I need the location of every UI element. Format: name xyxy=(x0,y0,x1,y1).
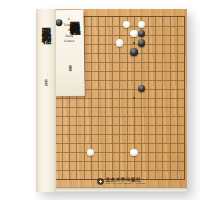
goban-cell xyxy=(76,116,83,125)
goban-cell xyxy=(98,134,105,143)
goban-cell xyxy=(98,107,105,116)
book-spine: 圍棋文化教程 何云波 主编 xyxy=(36,9,57,192)
goban-cell xyxy=(141,125,148,134)
publisher-name-en: PEKING UNIVERSITY PRESS xyxy=(106,183,146,185)
goban-cell xyxy=(105,143,112,152)
goban-cell xyxy=(148,107,155,116)
goban-cell xyxy=(155,143,162,152)
goban-cell xyxy=(84,98,91,107)
goban-cell xyxy=(105,44,112,53)
goban-cell xyxy=(134,98,141,107)
goban-cell xyxy=(76,98,83,107)
goban-cell xyxy=(91,44,98,53)
goban-cell xyxy=(162,170,169,179)
goban-cell xyxy=(155,134,162,143)
goban-cell xyxy=(162,44,169,53)
goban-cell xyxy=(162,26,169,35)
goban-cell xyxy=(141,53,148,62)
goban-cell xyxy=(148,170,155,179)
goban-cell xyxy=(112,53,119,62)
goban-cell xyxy=(76,134,83,143)
goban-cell xyxy=(98,116,105,125)
goban-cell xyxy=(105,98,112,107)
white-stone xyxy=(130,30,137,37)
goban-cell xyxy=(155,62,162,71)
goban-cell xyxy=(62,134,69,143)
goban-cell xyxy=(155,89,162,98)
goban-cell xyxy=(76,170,83,179)
goban-cell xyxy=(127,116,134,125)
front-cover: A Textbook of Weiqi Culture 圍棋文化教程 何云波 主… xyxy=(56,9,187,188)
goban-cell xyxy=(69,143,76,152)
goban-cell xyxy=(105,116,112,125)
goban-cell xyxy=(62,161,69,170)
goban-cell xyxy=(148,152,155,161)
goban-cell xyxy=(84,125,91,134)
goban-cell xyxy=(98,17,105,26)
goban-cell xyxy=(98,35,105,44)
goban-cell xyxy=(112,17,119,26)
goban-cell xyxy=(91,107,98,116)
goban-cell xyxy=(62,170,69,179)
goban-cell xyxy=(105,17,112,26)
goban-cell xyxy=(84,26,91,35)
page-block-edge xyxy=(56,187,187,192)
goban-cell xyxy=(91,89,98,98)
goban-cell xyxy=(141,143,148,152)
goban-cell xyxy=(112,107,119,116)
goban-cell xyxy=(155,53,162,62)
goban-cell xyxy=(148,44,155,53)
goban-cell xyxy=(91,62,98,71)
goban-cell xyxy=(84,44,91,53)
goban-cell xyxy=(170,80,177,89)
spine-editor-credit: 何云波 主编 xyxy=(44,76,48,81)
goban-cell xyxy=(170,107,177,116)
goban-cell xyxy=(141,152,148,161)
goban-cell xyxy=(84,62,91,71)
goban-cell xyxy=(119,62,126,71)
goban-cell xyxy=(148,26,155,35)
goban-cell xyxy=(148,53,155,62)
editor-credit: 何云波 主编 xyxy=(68,62,72,66)
goban-cell xyxy=(141,134,148,143)
goban-cell xyxy=(170,152,177,161)
black-stone xyxy=(138,39,145,46)
goban-cell xyxy=(98,143,105,152)
goban-cell xyxy=(177,62,184,71)
goban-cell xyxy=(69,152,76,161)
goban-cell xyxy=(98,152,105,161)
goban-cell xyxy=(105,125,112,134)
goban-cell xyxy=(105,62,112,71)
goban-cell xyxy=(170,143,177,152)
goban-cell xyxy=(84,80,91,89)
goban-cell xyxy=(148,89,155,98)
goban-cell xyxy=(170,161,177,170)
goban-cell xyxy=(62,116,69,125)
goban-cell xyxy=(91,26,98,35)
black-stone xyxy=(130,48,137,55)
goban-cell xyxy=(162,161,169,170)
goban-cell xyxy=(148,98,155,107)
goban-cell xyxy=(98,71,105,80)
goban-cell xyxy=(155,98,162,107)
goban-cell xyxy=(141,98,148,107)
goban-cell xyxy=(162,53,169,62)
goban-cell xyxy=(177,26,184,35)
publisher-text: 北京大学出版社 PEKING UNIVERSITY PRESS xyxy=(106,178,146,186)
goban-cell xyxy=(162,143,169,152)
cover-title: 圍棋文化教程 xyxy=(68,13,82,18)
goban-cell xyxy=(119,98,126,107)
goban-cell xyxy=(155,152,162,161)
black-stone xyxy=(138,85,145,92)
goban-cell xyxy=(112,71,119,80)
publisher-imprint: 北京大学出版社 PEKING UNIVERSITY PRESS xyxy=(97,178,145,186)
goban-cell xyxy=(119,125,126,134)
goban-cell xyxy=(177,107,184,116)
goban-cell xyxy=(170,134,177,143)
goban-cell xyxy=(98,161,105,170)
goban-cell xyxy=(177,35,184,44)
white-stone xyxy=(130,149,137,156)
book: 圍棋文化教程 何云波 主编 A Textbook of Weiqi Cultur… xyxy=(36,9,187,192)
goban-cell xyxy=(170,62,177,71)
goban-cell xyxy=(141,116,148,125)
goban-cell xyxy=(177,53,184,62)
goban-cell xyxy=(141,161,148,170)
spine-title: 圍棋文化教程 xyxy=(40,20,53,29)
pku-seal-icon xyxy=(97,178,104,185)
goban-cell xyxy=(170,170,177,179)
goban-cell xyxy=(127,107,134,116)
goban-cell xyxy=(170,71,177,80)
goban-cell xyxy=(148,143,155,152)
white-stone xyxy=(116,39,123,46)
goban-cell xyxy=(177,89,184,98)
goban-cell xyxy=(148,71,155,80)
subtitle-english: A Textbook of Weiqi Culture xyxy=(63,17,74,45)
goban-cell xyxy=(69,134,76,143)
goban-cell xyxy=(91,116,98,125)
goban-cell xyxy=(155,71,162,80)
goban-cell xyxy=(91,134,98,143)
goban-cell xyxy=(127,71,134,80)
goban-cell xyxy=(91,125,98,134)
goban-cell xyxy=(105,89,112,98)
goban-cell xyxy=(69,170,76,179)
goban-cell xyxy=(112,152,119,161)
goban-cell xyxy=(98,98,105,107)
goban-cell xyxy=(148,80,155,89)
goban-cell xyxy=(148,17,155,26)
goban-cell xyxy=(119,134,126,143)
goban-cell xyxy=(155,107,162,116)
goban-cell xyxy=(98,44,105,53)
goban-cell xyxy=(177,44,184,53)
goban-cell xyxy=(177,125,184,134)
goban-cell xyxy=(91,161,98,170)
goban-cell xyxy=(127,125,134,134)
goban-cell xyxy=(84,71,91,80)
goban-cell xyxy=(148,125,155,134)
goban-cell xyxy=(170,98,177,107)
goban-cell xyxy=(155,80,162,89)
goban-cell xyxy=(105,71,112,80)
goban-cell xyxy=(177,80,184,89)
title-strip: A Textbook of Weiqi Culture 圍棋文化教程 何云波 主… xyxy=(56,10,85,97)
goban-cell xyxy=(155,26,162,35)
black-stone-icon xyxy=(56,19,63,26)
goban-cell xyxy=(177,170,184,179)
goban-cell xyxy=(148,161,155,170)
goban-cell xyxy=(84,134,91,143)
goban-cell xyxy=(177,143,184,152)
goban-cell xyxy=(98,26,105,35)
goban-cell xyxy=(177,161,184,170)
goban-cell xyxy=(162,125,169,134)
goban-cell xyxy=(62,152,69,161)
goban-cell xyxy=(112,89,119,98)
goban-cell xyxy=(134,134,141,143)
book-product-photo: 圍棋文化教程 何云波 主编 A Textbook of Weiqi Cultur… xyxy=(0,0,200,200)
goban-cell xyxy=(98,89,105,98)
goban-cell xyxy=(105,53,112,62)
goban-cell xyxy=(84,17,91,26)
goban-cell xyxy=(162,71,169,80)
goban-cell xyxy=(62,98,69,107)
goban-cell xyxy=(119,161,126,170)
goban-cell xyxy=(155,17,162,26)
goban-cell xyxy=(76,152,83,161)
goban-cell xyxy=(162,107,169,116)
goban-cell xyxy=(127,80,134,89)
goban-cell xyxy=(69,161,76,170)
goban-cell xyxy=(76,125,83,134)
goban-cell xyxy=(127,134,134,143)
goban-cell xyxy=(105,107,112,116)
goban-cell xyxy=(134,125,141,134)
goban-cell xyxy=(141,107,148,116)
goban-cell xyxy=(91,35,98,44)
goban-cell xyxy=(177,17,184,26)
goban-cell xyxy=(76,161,83,170)
goban-cell xyxy=(134,116,141,125)
goban-cell xyxy=(170,125,177,134)
goban-cell xyxy=(84,116,91,125)
goban-cell xyxy=(127,161,134,170)
goban-cell xyxy=(112,98,119,107)
goban-cell xyxy=(177,116,184,125)
goban-cell xyxy=(127,62,134,71)
goban-cell xyxy=(76,107,83,116)
subtitle-word: Culture xyxy=(64,39,75,45)
goban-cell xyxy=(119,89,126,98)
goban-cell xyxy=(84,53,91,62)
goban-cell xyxy=(134,161,141,170)
goban-cell xyxy=(69,107,76,116)
goban-cell xyxy=(112,116,119,125)
goban-cell xyxy=(105,26,112,35)
goban-cell xyxy=(112,134,119,143)
goban-cell xyxy=(84,170,91,179)
goban-cell xyxy=(91,53,98,62)
goban-cell xyxy=(155,161,162,170)
goban-cell xyxy=(148,62,155,71)
goban-cell xyxy=(162,134,169,143)
goban-cell xyxy=(177,71,184,80)
goban-cell xyxy=(84,35,91,44)
goban-cell xyxy=(91,71,98,80)
goban-cell xyxy=(98,62,105,71)
goban-cell xyxy=(170,116,177,125)
goban-cell xyxy=(91,17,98,26)
goban-cell xyxy=(148,116,155,125)
goban-cell xyxy=(155,44,162,53)
goban-cell xyxy=(119,80,126,89)
goban-cell xyxy=(170,44,177,53)
goban-cell xyxy=(91,98,98,107)
goban-cell xyxy=(105,161,112,170)
goban-cell xyxy=(170,35,177,44)
goban-cell xyxy=(112,26,119,35)
goban-cell xyxy=(177,152,184,161)
goban-cell xyxy=(155,125,162,134)
goban-cell xyxy=(119,143,126,152)
goban-cell xyxy=(162,98,169,107)
goban-cell xyxy=(112,143,119,152)
goban-cell xyxy=(162,89,169,98)
star-point xyxy=(133,42,135,44)
goban-cell xyxy=(170,17,177,26)
goban-cell xyxy=(84,107,91,116)
star-point xyxy=(133,97,135,99)
goban-cell xyxy=(155,116,162,125)
goban-cell xyxy=(155,35,162,44)
goban-cell xyxy=(62,107,69,116)
goban-cell xyxy=(112,62,119,71)
goban-cell xyxy=(155,170,162,179)
goban-cell xyxy=(69,116,76,125)
goban-cell xyxy=(141,62,148,71)
goban-cell xyxy=(112,161,119,170)
goban-cell xyxy=(76,143,83,152)
goban-cell xyxy=(62,125,69,134)
goban-cell xyxy=(162,17,169,26)
goban-cell xyxy=(177,98,184,107)
goban-cell xyxy=(112,125,119,134)
goban-cell xyxy=(170,26,177,35)
goban-cell xyxy=(119,71,126,80)
goban-cell xyxy=(141,71,148,80)
goban-cell xyxy=(134,62,141,71)
goban-cell xyxy=(162,80,169,89)
goban-cell xyxy=(62,143,69,152)
goban-cell xyxy=(119,107,126,116)
goban-cell xyxy=(177,134,184,143)
goban-cell xyxy=(134,71,141,80)
goban-cell xyxy=(105,35,112,44)
goban-cell xyxy=(105,80,112,89)
goban-cell xyxy=(98,125,105,134)
goban-cell xyxy=(84,161,91,170)
goban-cell xyxy=(69,98,76,107)
goban-cell xyxy=(162,152,169,161)
goban-cell xyxy=(91,80,98,89)
goban-cell xyxy=(170,89,177,98)
goban-cell xyxy=(134,107,141,116)
goban-cell xyxy=(69,125,76,134)
goban-cell xyxy=(162,116,169,125)
goban-cell xyxy=(162,35,169,44)
goban-cell xyxy=(119,53,126,62)
goban-cell xyxy=(148,134,155,143)
goban-cell xyxy=(112,80,119,89)
goban-cell xyxy=(105,152,112,161)
goban-cell xyxy=(162,62,169,71)
goban-cell xyxy=(119,116,126,125)
goban-cell xyxy=(105,134,112,143)
goban-cell xyxy=(170,53,177,62)
goban-cell xyxy=(148,35,155,44)
goban-cell xyxy=(127,98,134,107)
goban-cell xyxy=(98,53,105,62)
goban-cell xyxy=(98,80,105,89)
goban-cell xyxy=(119,152,126,161)
